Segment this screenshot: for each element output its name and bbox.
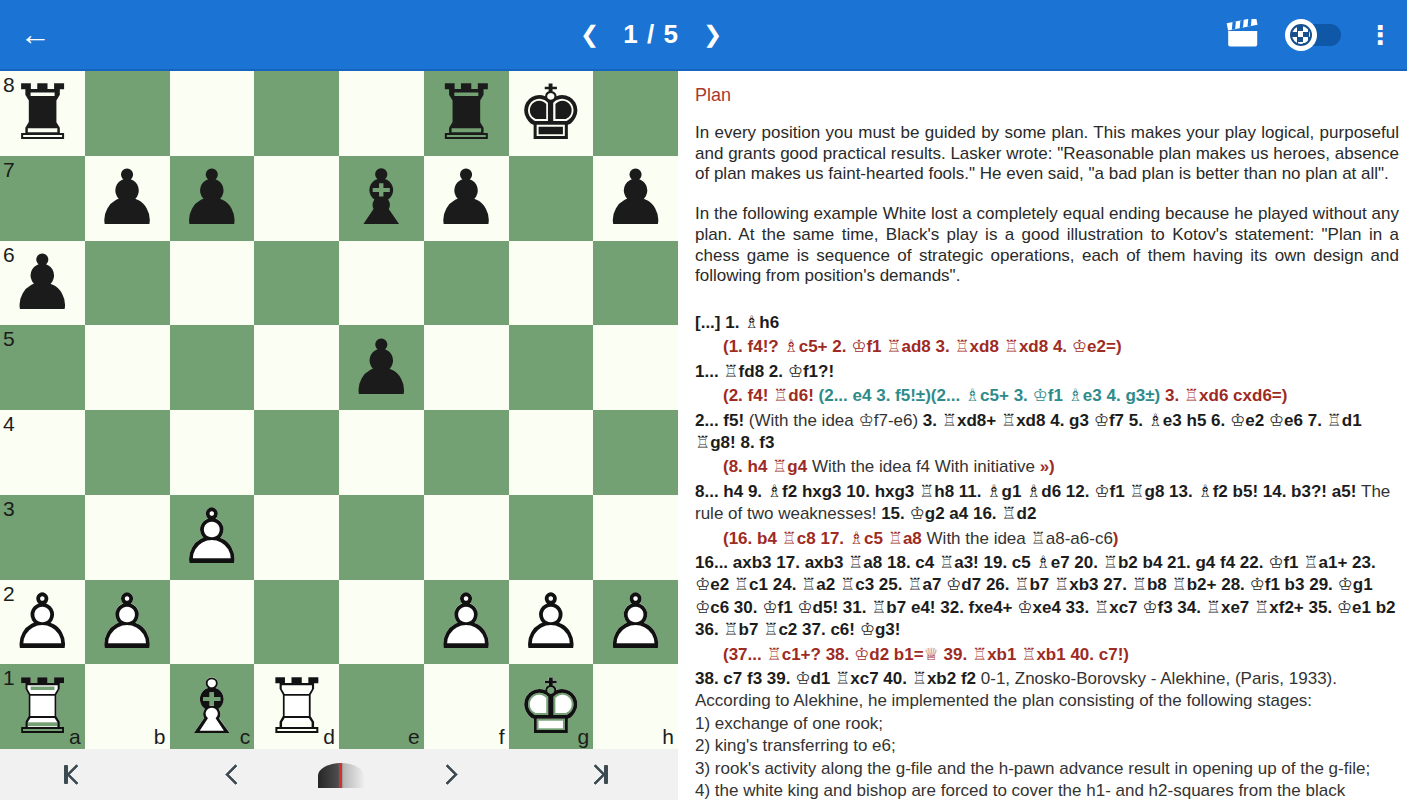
- variation-text: (16. b4 ♖c8 17. ♗c5 ♖a8: [723, 529, 927, 548]
- square-b1[interactable]: b: [85, 664, 170, 749]
- square-c4[interactable]: [170, 410, 255, 495]
- white-king: ♚♔: [509, 664, 594, 749]
- variation-text: (2. f4! ♖d6!: [723, 386, 819, 405]
- square-a4[interactable]: 4: [0, 410, 85, 495]
- white-pawn: ♟♙: [424, 580, 509, 665]
- white-pawn: ♟♙: [593, 580, 678, 665]
- square-d7[interactable]: [254, 156, 339, 241]
- square-b6[interactable]: [85, 241, 170, 326]
- black-pawn: ♟: [593, 156, 678, 241]
- white-bishop: ♝♗: [170, 664, 255, 749]
- white-rook: ♜♖: [254, 664, 339, 749]
- move-line[interactable]: 8... h4 9. ♗f2 hxg3 10. hxg3 ♖h8 11. ♗g1…: [695, 481, 1399, 526]
- black-pawn: ♟: [170, 156, 255, 241]
- file-label: b: [154, 726, 166, 747]
- skip-to-start-button[interactable]: [64, 749, 84, 800]
- white-pawn: ♟♙: [509, 580, 594, 665]
- square-e4[interactable]: [339, 410, 424, 495]
- square-c6[interactable]: [170, 241, 255, 326]
- square-d2[interactable]: [254, 580, 339, 665]
- square-g3[interactable]: [509, 495, 594, 580]
- black-bishop: ♝: [339, 156, 424, 241]
- square-b8[interactable]: [85, 71, 170, 156]
- square-e6[interactable]: [339, 241, 424, 326]
- black-rook: ♜: [424, 71, 509, 156]
- square-f6[interactable]: [424, 241, 509, 326]
- square-b4[interactable]: [85, 410, 170, 495]
- square-c3[interactable]: ♟♙: [170, 495, 255, 580]
- black-pawn: ♟: [85, 156, 170, 241]
- square-a1[interactable]: 1a♜♖: [0, 664, 85, 749]
- top-bar-actions: ⋮: [1225, 0, 1393, 69]
- square-g7[interactable]: [509, 156, 594, 241]
- square-g6[interactable]: [509, 241, 594, 326]
- square-h3[interactable]: [593, 495, 678, 580]
- annotation-text: 3) rook's activity along the g-file and …: [695, 759, 1370, 778]
- lesson-paragraph: In every position you must be guided by …: [695, 123, 1399, 185]
- square-d3[interactable]: [254, 495, 339, 580]
- back-arrow-icon: ←: [20, 17, 51, 53]
- square-b2[interactable]: ♟♙: [85, 580, 170, 665]
- square-g2[interactable]: ♟♙: [509, 580, 594, 665]
- square-a3[interactable]: 3: [0, 495, 85, 580]
- square-a5[interactable]: 5: [0, 325, 85, 410]
- rank-label: 4: [3, 413, 15, 434]
- clapperboard-icon[interactable]: [1225, 19, 1261, 51]
- file-label: f: [499, 726, 505, 747]
- move-line[interactable]: 1) exchange of one rook;: [695, 713, 1399, 735]
- square-a6[interactable]: 6♟: [0, 241, 85, 326]
- page-navigation: ❮ 1 / 5 ❯: [580, 0, 722, 69]
- move-line[interactable]: 3) rook's activity along the g-file and …: [695, 758, 1399, 780]
- mainline-text: 8... h4 9. ♗f2 hxg3 10. hxg3 ♖h8 11. ♗g1…: [695, 482, 1361, 501]
- move-line[interactable]: 16... axb3 17. axb3 ♖a8 18. c4 ♖a3! 19. …: [695, 552, 1399, 642]
- square-a7[interactable]: 7: [0, 156, 85, 241]
- annotation-text: (With the idea ♔f7-e6): [749, 411, 923, 430]
- move-line[interactable]: [...] 1. ♗h6: [695, 312, 1399, 334]
- square-h6[interactable]: [593, 241, 678, 326]
- square-h5[interactable]: [593, 325, 678, 410]
- square-c2[interactable]: [170, 580, 255, 665]
- sub-variation-text: (2... e4 3. f5!±)(2... ♗c5+ 3. ♔f1 ♗e3 4…: [819, 386, 1161, 405]
- move-line[interactable]: (2. f4! ♖d6! (2... e4 3. f5!±)(2... ♗c5+…: [695, 385, 1399, 407]
- annotation-text: 2) king's transferring to e6;: [695, 736, 896, 755]
- mainline-text: 16... axb3 17. axb3 ♖a8 18. c4 ♖a3! 19. …: [695, 553, 1396, 639]
- mainline-text: 2... f5!: [695, 411, 749, 430]
- next-page-icon[interactable]: ❯: [703, 21, 722, 48]
- square-e3[interactable]: [339, 495, 424, 580]
- square-d4[interactable]: [254, 410, 339, 495]
- square-b7[interactable]: ♟: [85, 156, 170, 241]
- square-e2[interactable]: [339, 580, 424, 665]
- overflow-menu-icon[interactable]: ⋮: [1367, 22, 1393, 48]
- white-rook: ♜♖: [0, 664, 85, 749]
- move-line[interactable]: (8. h4 ♖g4 With the idea f4 With initiat…: [695, 456, 1399, 478]
- file-label: e: [408, 726, 420, 747]
- page-indicator: 1 / 5: [623, 19, 679, 50]
- top-app-bar: ← ❮ 1 / 5 ❯ ⋮: [0, 0, 1407, 71]
- square-h1[interactable]: h: [593, 664, 678, 749]
- square-h8[interactable]: [593, 71, 678, 156]
- variation-text: (1. f4!? ♗c5+ 2. ♔f1 ♖ad8 3. ♖xd8 ♖xd8 4…: [723, 337, 1122, 356]
- black-king: ♚: [509, 71, 594, 156]
- square-c7[interactable]: ♟: [170, 156, 255, 241]
- square-e5[interactable]: ♟: [339, 325, 424, 410]
- variation-text: 3. ♖xd6 cxd6=): [1160, 386, 1287, 405]
- square-h4[interactable]: [593, 410, 678, 495]
- annotation-text: With the idea f4 With initiative: [812, 457, 1040, 476]
- move-list[interactable]: [...] 1. ♗h6(1. f4!? ♗c5+ 2. ♔f1 ♖ad8 3.…: [695, 312, 1399, 800]
- square-f3[interactable]: [424, 495, 509, 580]
- gauge-needle: [339, 763, 342, 788]
- square-d8[interactable]: [254, 71, 339, 156]
- chessboard-toggle[interactable]: [1285, 19, 1343, 51]
- mainline-text: [...] 1. ♗h6: [695, 313, 779, 332]
- move-line[interactable]: 38. c7 f3 39. ♔d1 ♖xc7 40. ♖xb2 f2 0-1, …: [695, 668, 1399, 713]
- step-forward-button[interactable]: [440, 749, 455, 800]
- rank-label: 3: [3, 498, 15, 519]
- mainline-text: 1... ♖fd8 2. ♔f1?!: [695, 362, 834, 381]
- square-b3[interactable]: [85, 495, 170, 580]
- mainline-text: 15. ♔g2 a4 16. ♖d2: [881, 504, 1036, 523]
- square-d5[interactable]: [254, 325, 339, 410]
- black-rook: ♜: [0, 71, 85, 156]
- white-pawn: ♟♙: [170, 495, 255, 580]
- annotation-text: 4) the white king and bishop are forced …: [695, 781, 1345, 800]
- prev-page-icon[interactable]: ❮: [580, 21, 599, 48]
- skip-to-end-button[interactable]: [588, 749, 608, 800]
- square-g5[interactable]: [509, 325, 594, 410]
- evaluation-gauge[interactable]: [318, 763, 364, 788]
- square-g8[interactable]: ♚: [509, 71, 594, 156]
- square-h7[interactable]: ♟: [593, 156, 678, 241]
- square-d6[interactable]: [254, 241, 339, 326]
- white-pawn: ♟♙: [85, 580, 170, 665]
- square-f1[interactable]: f: [424, 664, 509, 749]
- square-g1[interactable]: g♚♔: [509, 664, 594, 749]
- square-a2[interactable]: 2♟♙: [0, 580, 85, 665]
- chess-board: 8♜♜♚7♟♟♝♟♟6♟5♟43♟♙2♟♙♟♙♟♙♟♙♟♙1a♜♖bc♝♗d♜♖…: [0, 71, 678, 749]
- move-line[interactable]: 2) king's transferring to e6;: [695, 735, 1399, 757]
- black-pawn: ♟: [339, 325, 424, 410]
- square-f8[interactable]: ♜: [424, 71, 509, 156]
- back-button[interactable]: ←: [20, 0, 51, 69]
- annotation-text: 1) exchange of one rook;: [695, 714, 883, 733]
- black-pawn: ♟: [424, 156, 509, 241]
- variation-text: ): [1113, 529, 1119, 548]
- black-pawn: ♟: [0, 241, 85, 326]
- square-e1[interactable]: e: [339, 664, 424, 749]
- move-line[interactable]: 1... ♖fd8 2. ♔f1?!: [695, 361, 1399, 383]
- square-c1[interactable]: c♝♗: [170, 664, 255, 749]
- square-c8[interactable]: [170, 71, 255, 156]
- step-back-button[interactable]: [228, 749, 243, 800]
- move-line[interactable]: 2... f5! (With the idea ♔f7-e6) 3. ♖xd8+…: [695, 410, 1399, 455]
- square-b5[interactable]: [85, 325, 170, 410]
- square-a8[interactable]: 8♜: [0, 71, 85, 156]
- lesson-text-panel[interactable]: Plan In every position you must be guide…: [695, 72, 1399, 800]
- variation-text: »): [1040, 457, 1055, 476]
- square-f5[interactable]: [424, 325, 509, 410]
- square-f4[interactable]: [424, 410, 509, 495]
- move-line[interactable]: (1. f4!? ♗c5+ 2. ♔f1 ♖ad8 3. ♖xd8 ♖xd8 4…: [695, 336, 1399, 358]
- move-line[interactable]: 4) the white king and bishop are forced …: [695, 780, 1399, 800]
- square-g4[interactable]: [509, 410, 594, 495]
- toggle-knob-chessboard-icon: [1285, 19, 1317, 51]
- variation-text: (8. h4 ♖g4: [723, 457, 812, 476]
- square-d1[interactable]: d♜♖: [254, 664, 339, 749]
- move-line[interactable]: (37... ♖c1+? 38. ♔d2 b1=♕ 39. ♖xb1 ♖xb1 …: [695, 644, 1399, 666]
- lesson-title: Plan: [695, 85, 1399, 106]
- square-f2[interactable]: ♟♙: [424, 580, 509, 665]
- annotation-text: With the idea ♖a8-a6-c6: [927, 529, 1113, 548]
- square-c5[interactable]: [170, 325, 255, 410]
- square-e8[interactable]: [339, 71, 424, 156]
- mainline-text: 38. c7 f3 39. ♔d1 ♖xc7 40. ♖xb2 f2: [695, 669, 981, 688]
- rank-label: 5: [3, 328, 15, 349]
- move-line[interactable]: (16. b4 ♖c8 17. ♗c5 ♖a8 With the idea ♖a…: [695, 528, 1399, 550]
- rank-label: 7: [3, 159, 15, 180]
- file-label: h: [662, 726, 674, 747]
- square-h2[interactable]: ♟♙: [593, 580, 678, 665]
- lesson-paragraph: In the following example White lost a co…: [695, 204, 1399, 287]
- variation-text: (37... ♖c1+? 38. ♔d2 b1=♕ 39. ♖xb1 ♖xb1 …: [723, 645, 1129, 664]
- square-f7[interactable]: ♟: [424, 156, 509, 241]
- square-e7[interactable]: ♝: [339, 156, 424, 241]
- white-pawn: ♟♙: [0, 580, 85, 665]
